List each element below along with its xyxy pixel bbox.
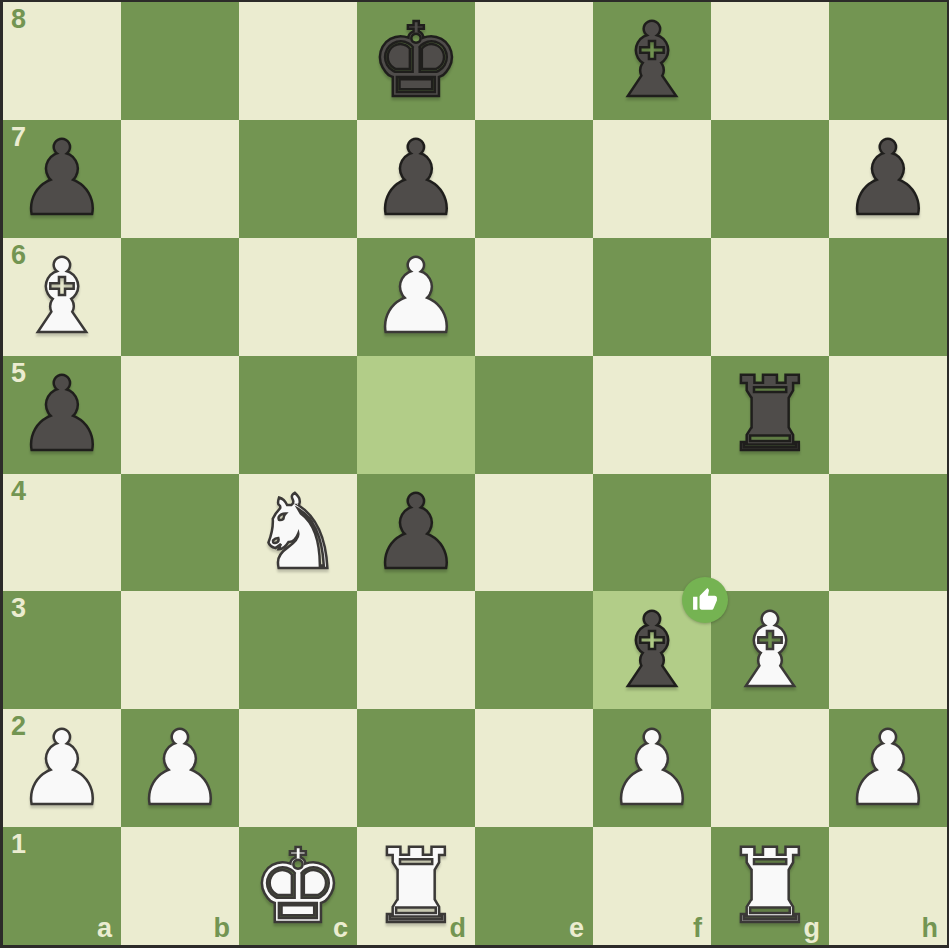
square-a6[interactable]: 6♝ xyxy=(3,238,121,356)
piece-black-rook[interactable]: ♜ xyxy=(724,363,816,466)
square-d3[interactable] xyxy=(357,591,475,709)
square-b7[interactable] xyxy=(121,120,239,238)
piece-white-pawn[interactable]: ♟ xyxy=(134,717,226,820)
square-a8[interactable]: 8 xyxy=(3,2,121,120)
piece-black-pawn[interactable]: ♟ xyxy=(16,363,108,466)
square-g4[interactable] xyxy=(711,474,829,592)
piece-black-king[interactable]: ♚ xyxy=(370,9,462,112)
square-a4[interactable]: 4 xyxy=(3,474,121,592)
board-container: 8♚♝7♟♟♟6♝♟5♟♜4♞♟3♝♝2♟♟♟♟1abc♚d♜efg♜h xyxy=(0,0,949,948)
square-e8[interactable] xyxy=(475,2,593,120)
piece-black-bishop[interactable]: ♝ xyxy=(606,9,698,112)
square-e2[interactable] xyxy=(475,709,593,827)
square-e3[interactable] xyxy=(475,591,593,709)
square-d6[interactable]: ♟ xyxy=(357,238,475,356)
file-label-a: a xyxy=(97,915,112,942)
file-label-b: b xyxy=(214,915,231,942)
square-h3[interactable] xyxy=(829,591,947,709)
square-b5[interactable] xyxy=(121,356,239,474)
square-e5[interactable] xyxy=(475,356,593,474)
square-f6[interactable] xyxy=(593,238,711,356)
square-c5[interactable] xyxy=(239,356,357,474)
square-g3[interactable]: ♝ xyxy=(711,591,829,709)
square-c1[interactable]: c♚ xyxy=(239,827,357,945)
square-g1[interactable]: g♜ xyxy=(711,827,829,945)
square-b4[interactable] xyxy=(121,474,239,592)
square-c8[interactable] xyxy=(239,2,357,120)
square-d1[interactable]: d♜ xyxy=(357,827,475,945)
square-b1[interactable]: b xyxy=(121,827,239,945)
square-c7[interactable] xyxy=(239,120,357,238)
square-h8[interactable] xyxy=(829,2,947,120)
rank-label-1: 1 xyxy=(11,831,26,858)
rank-label-3: 3 xyxy=(11,595,26,622)
square-a5[interactable]: 5♟ xyxy=(3,356,121,474)
square-b6[interactable] xyxy=(121,238,239,356)
thumbs-up-icon xyxy=(692,587,718,613)
square-e4[interactable] xyxy=(475,474,593,592)
piece-white-pawn[interactable]: ♟ xyxy=(842,717,934,820)
square-a3[interactable]: 3 xyxy=(3,591,121,709)
square-a2[interactable]: 2♟ xyxy=(3,709,121,827)
piece-black-pawn[interactable]: ♟ xyxy=(370,127,462,230)
square-g6[interactable] xyxy=(711,238,829,356)
square-d8[interactable]: ♚ xyxy=(357,2,475,120)
piece-white-pawn[interactable]: ♟ xyxy=(16,717,108,820)
square-c2[interactable] xyxy=(239,709,357,827)
square-c4[interactable]: ♞ xyxy=(239,474,357,592)
square-g5[interactable]: ♜ xyxy=(711,356,829,474)
square-a7[interactable]: 7♟ xyxy=(3,120,121,238)
square-f8[interactable]: ♝ xyxy=(593,2,711,120)
piece-white-bishop[interactable]: ♝ xyxy=(724,599,816,702)
square-f7[interactable] xyxy=(593,120,711,238)
square-e1[interactable]: e xyxy=(475,827,593,945)
square-h1[interactable]: h xyxy=(829,827,947,945)
square-e6[interactable] xyxy=(475,238,593,356)
square-e7[interactable] xyxy=(475,120,593,238)
piece-white-knight[interactable]: ♞ xyxy=(252,481,344,584)
square-d5[interactable] xyxy=(357,356,475,474)
square-g2[interactable] xyxy=(711,709,829,827)
piece-black-pawn[interactable]: ♟ xyxy=(842,127,934,230)
square-f2[interactable]: ♟ xyxy=(593,709,711,827)
square-g7[interactable] xyxy=(711,120,829,238)
square-d7[interactable]: ♟ xyxy=(357,120,475,238)
piece-black-bishop[interactable]: ♝ xyxy=(606,599,698,702)
square-g8[interactable] xyxy=(711,2,829,120)
square-h2[interactable]: ♟ xyxy=(829,709,947,827)
square-a1[interactable]: 1a xyxy=(3,827,121,945)
piece-white-bishop[interactable]: ♝ xyxy=(16,245,108,348)
square-h5[interactable] xyxy=(829,356,947,474)
square-f1[interactable]: f xyxy=(593,827,711,945)
piece-white-king[interactable]: ♚ xyxy=(252,835,344,938)
piece-black-pawn[interactable]: ♟ xyxy=(16,127,108,230)
square-b2[interactable]: ♟ xyxy=(121,709,239,827)
rank-label-8: 8 xyxy=(11,6,26,33)
square-d4[interactable]: ♟ xyxy=(357,474,475,592)
square-d2[interactable] xyxy=(357,709,475,827)
piece-white-rook[interactable]: ♜ xyxy=(370,835,462,938)
piece-white-pawn[interactable]: ♟ xyxy=(606,717,698,820)
rank-label-4: 4 xyxy=(11,478,26,505)
file-label-h: h xyxy=(922,915,939,942)
piece-black-pawn[interactable]: ♟ xyxy=(370,481,462,584)
square-h4[interactable] xyxy=(829,474,947,592)
square-h7[interactable]: ♟ xyxy=(829,120,947,238)
square-c3[interactable] xyxy=(239,591,357,709)
square-b8[interactable] xyxy=(121,2,239,120)
square-f5[interactable] xyxy=(593,356,711,474)
chess-board[interactable]: 8♚♝7♟♟♟6♝♟5♟♜4♞♟3♝♝2♟♟♟♟1abc♚d♜efg♜h xyxy=(3,2,947,945)
square-b3[interactable] xyxy=(121,591,239,709)
piece-white-pawn[interactable]: ♟ xyxy=(370,245,462,348)
square-f4[interactable] xyxy=(593,474,711,592)
square-c6[interactable] xyxy=(239,238,357,356)
file-label-f: f xyxy=(693,915,702,942)
file-label-e: e xyxy=(569,915,584,942)
piece-white-rook[interactable]: ♜ xyxy=(724,835,816,938)
square-h6[interactable] xyxy=(829,238,947,356)
